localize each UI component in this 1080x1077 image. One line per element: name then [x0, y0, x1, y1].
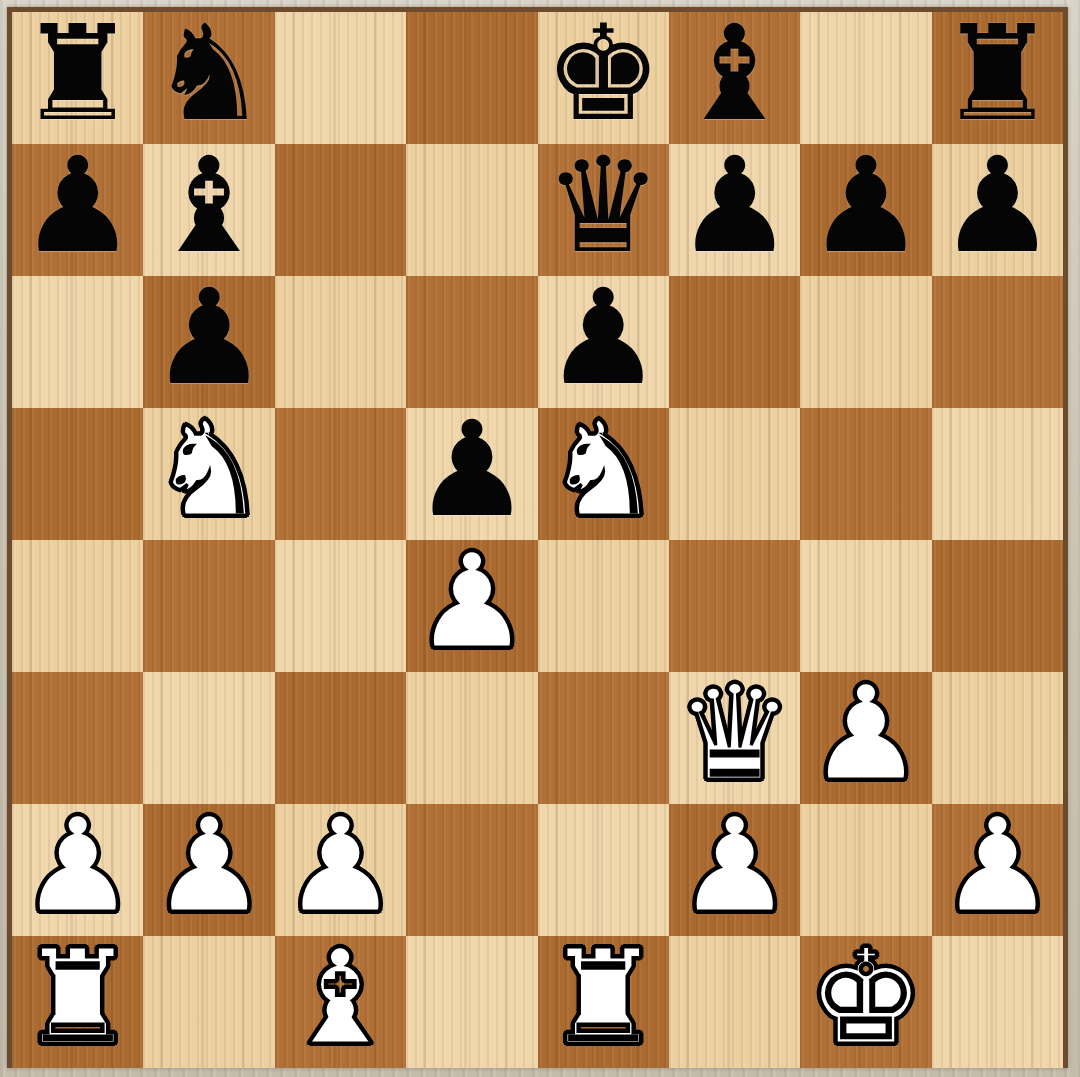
square-f1[interactable]	[669, 936, 800, 1068]
piece-white-pawn[interactable]: ♟	[413, 535, 531, 667]
square-c1[interactable]: ♝	[275, 936, 406, 1068]
piece-white-rook[interactable]: ♜	[19, 931, 137, 1063]
square-c8[interactable]	[275, 12, 406, 144]
piece-black-rook[interactable]: ♜	[19, 7, 137, 139]
square-g5[interactable]	[800, 408, 931, 540]
square-h1[interactable]	[932, 936, 1063, 1068]
square-f2[interactable]: ♟	[669, 804, 800, 936]
piece-white-pawn[interactable]: ♟	[150, 799, 268, 931]
square-a1[interactable]: ♜	[12, 936, 143, 1068]
square-d5[interactable]: ♟	[406, 408, 537, 540]
square-c5[interactable]	[275, 408, 406, 540]
piece-white-pawn[interactable]: ♟	[807, 667, 925, 799]
square-e1[interactable]: ♜	[538, 936, 669, 1068]
piece-black-pawn[interactable]: ♟	[807, 139, 925, 271]
square-d7[interactable]	[406, 144, 537, 276]
square-d3[interactable]	[406, 672, 537, 804]
square-g4[interactable]	[800, 540, 931, 672]
piece-white-pawn[interactable]: ♟	[281, 799, 399, 931]
piece-black-pawn[interactable]: ♟	[675, 139, 793, 271]
piece-black-pawn[interactable]: ♟	[413, 403, 531, 535]
piece-black-pawn[interactable]: ♟	[544, 271, 662, 403]
square-f6[interactable]	[669, 276, 800, 408]
piece-white-knight[interactable]: ♞	[544, 403, 662, 535]
square-b2[interactable]: ♟	[143, 804, 274, 936]
square-h7[interactable]: ♟	[932, 144, 1063, 276]
square-h6[interactable]	[932, 276, 1063, 408]
square-h4[interactable]	[932, 540, 1063, 672]
square-f4[interactable]	[669, 540, 800, 672]
chess-board: ♜♞♚♝♜♟♝♛♟♟♟♟♟♞♟♞♟♛♟♟♟♟♟♟♜♝♜♚	[12, 12, 1063, 1063]
piece-black-bishop[interactable]: ♝	[675, 7, 793, 139]
piece-white-king[interactable]: ♚	[807, 931, 925, 1063]
square-e8[interactable]: ♚	[538, 12, 669, 144]
square-f7[interactable]: ♟	[669, 144, 800, 276]
square-d8[interactable]	[406, 12, 537, 144]
piece-black-knight[interactable]: ♞	[150, 7, 268, 139]
square-h5[interactable]	[932, 408, 1063, 540]
square-c2[interactable]: ♟	[275, 804, 406, 936]
square-g1[interactable]: ♚	[800, 936, 931, 1068]
piece-white-pawn[interactable]: ♟	[19, 799, 137, 931]
square-g3[interactable]: ♟	[800, 672, 931, 804]
square-a7[interactable]: ♟	[12, 144, 143, 276]
piece-black-pawn[interactable]: ♟	[19, 139, 137, 271]
square-d1[interactable]	[406, 936, 537, 1068]
square-h3[interactable]	[932, 672, 1063, 804]
square-e7[interactable]: ♛	[538, 144, 669, 276]
piece-black-king[interactable]: ♚	[544, 7, 662, 139]
square-h8[interactable]: ♜	[932, 12, 1063, 144]
square-b6[interactable]: ♟	[143, 276, 274, 408]
square-e6[interactable]: ♟	[538, 276, 669, 408]
square-b7[interactable]: ♝	[143, 144, 274, 276]
chess-board-frame: ♜♞♚♝♜♟♝♛♟♟♟♟♟♞♟♞♟♛♟♟♟♟♟♟♜♝♜♚	[7, 7, 1068, 1068]
square-c4[interactable]	[275, 540, 406, 672]
square-e2[interactable]	[538, 804, 669, 936]
piece-black-pawn[interactable]: ♟	[150, 271, 268, 403]
square-h2[interactable]: ♟	[932, 804, 1063, 936]
square-c3[interactable]	[275, 672, 406, 804]
square-e3[interactable]	[538, 672, 669, 804]
square-g2[interactable]	[800, 804, 931, 936]
piece-black-queen[interactable]: ♛	[544, 139, 662, 271]
square-e5[interactable]: ♞	[538, 408, 669, 540]
square-b8[interactable]: ♞	[143, 12, 274, 144]
square-f8[interactable]: ♝	[669, 12, 800, 144]
square-f5[interactable]	[669, 408, 800, 540]
square-a5[interactable]	[12, 408, 143, 540]
square-g7[interactable]: ♟	[800, 144, 931, 276]
square-b4[interactable]	[143, 540, 274, 672]
piece-white-queen[interactable]: ♛	[675, 667, 793, 799]
piece-white-pawn[interactable]: ♟	[938, 799, 1056, 931]
square-a3[interactable]	[12, 672, 143, 804]
square-c7[interactable]	[275, 144, 406, 276]
square-f3[interactable]: ♛	[669, 672, 800, 804]
square-a4[interactable]	[12, 540, 143, 672]
piece-white-rook[interactable]: ♜	[544, 931, 662, 1063]
piece-black-rook[interactable]: ♜	[938, 7, 1056, 139]
square-b1[interactable]	[143, 936, 274, 1068]
square-a2[interactable]: ♟	[12, 804, 143, 936]
piece-white-bishop[interactable]: ♝	[281, 931, 399, 1063]
piece-black-bishop[interactable]: ♝	[150, 139, 268, 271]
page-background: { "game": "chess", "position": { "fen": …	[0, 0, 1080, 1077]
square-e4[interactable]	[538, 540, 669, 672]
square-c6[interactable]	[275, 276, 406, 408]
square-g6[interactable]	[800, 276, 931, 408]
square-a8[interactable]: ♜	[12, 12, 143, 144]
piece-white-knight[interactable]: ♞	[150, 403, 268, 535]
piece-black-pawn[interactable]: ♟	[938, 139, 1056, 271]
square-b3[interactable]	[143, 672, 274, 804]
square-a6[interactable]	[12, 276, 143, 408]
square-d6[interactable]	[406, 276, 537, 408]
square-g8[interactable]	[800, 12, 931, 144]
square-b5[interactable]: ♞	[143, 408, 274, 540]
square-d4[interactable]: ♟	[406, 540, 537, 672]
piece-white-pawn[interactable]: ♟	[675, 799, 793, 931]
square-d2[interactable]	[406, 804, 537, 936]
